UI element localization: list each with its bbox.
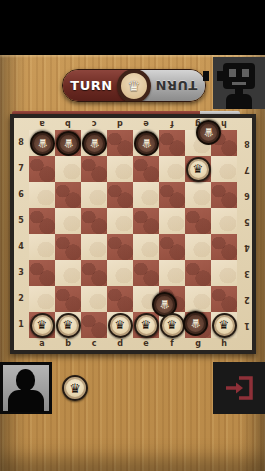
piece-white-g7[interactable]: ♛ [186, 157, 211, 182]
square-d5[interactable] [107, 208, 133, 234]
file-label-bottom-f: f [170, 340, 173, 348]
rank-label-right-2: 2 [244, 295, 250, 303]
computer-opponent-button[interactable] [213, 57, 265, 109]
crown-icon: ♛ [159, 298, 170, 310]
rank-label-left-4: 4 [18, 243, 24, 251]
piece-black-b8[interactable]: ♛ [56, 131, 81, 156]
piece-black-e8[interactable]: ♛ [134, 131, 159, 156]
square-b5[interactable] [55, 208, 81, 234]
rank-label-right-8: 8 [244, 139, 250, 147]
square-e4[interactable] [133, 234, 159, 260]
square-e3[interactable] [133, 260, 159, 286]
square-b2[interactable] [55, 286, 81, 312]
square-g3[interactable] [185, 260, 211, 286]
square-h2[interactable] [211, 286, 237, 312]
square-f7[interactable] [159, 156, 185, 182]
rank-label-right-5: 5 [244, 217, 250, 225]
square-a7[interactable] [29, 156, 55, 182]
rank-label-right-4: 4 [244, 243, 250, 251]
piece-white-d1[interactable]: ♛ [108, 313, 133, 338]
square-a4[interactable] [29, 234, 55, 260]
file-label-top-e: e [143, 119, 148, 127]
crown-icon: ♛ [219, 319, 230, 331]
square-c1[interactable] [81, 312, 107, 338]
file-label-bottom-e: e [143, 340, 148, 348]
app-screen: TURN TURN ♛ [0, 0, 265, 471]
square-f4[interactable] [159, 234, 185, 260]
square-a2[interactable] [29, 286, 55, 312]
status-bar [0, 0, 265, 55]
square-h5[interactable] [211, 208, 237, 234]
rank-label-left-2: 2 [18, 295, 24, 303]
crown-icon: ♛ [63, 137, 74, 149]
square-d3[interactable] [107, 260, 133, 286]
square-c2[interactable] [81, 286, 107, 312]
rank-label-left-3: 3 [18, 269, 24, 277]
turn-badge: ♛ [117, 69, 151, 102]
square-c6[interactable] [81, 182, 107, 208]
square-f3[interactable] [159, 260, 185, 286]
square-g5[interactable] [185, 208, 211, 234]
file-label-bottom-d: d [117, 340, 123, 348]
piece-white-e1[interactable]: ♛ [134, 313, 159, 338]
rank-label-left-6: 6 [18, 191, 24, 199]
square-b6[interactable] [55, 182, 81, 208]
square-b3[interactable] [55, 260, 81, 286]
square-b7[interactable] [55, 156, 81, 182]
square-e5[interactable] [133, 208, 159, 234]
crown-icon: ♛ [203, 126, 214, 138]
square-d2[interactable] [107, 286, 133, 312]
crown-icon: ♛ [193, 163, 204, 175]
square-c4[interactable] [81, 234, 107, 260]
crown-icon: ♛ [37, 137, 48, 149]
player-piece-disc: ♛ [62, 375, 88, 401]
square-c7[interactable] [81, 156, 107, 182]
square-a3[interactable] [29, 260, 55, 286]
square-a5[interactable] [29, 208, 55, 234]
file-label-top-b: b [65, 119, 71, 127]
piece-white-h1[interactable]: ♛ [212, 313, 237, 338]
crown-icon: ♛ [167, 319, 178, 331]
square-e7[interactable] [133, 156, 159, 182]
rank-label-left-7: 7 [18, 165, 24, 173]
square-b4[interactable] [55, 234, 81, 260]
square-c5[interactable] [81, 208, 107, 234]
piece-white-f1[interactable]: ♛ [160, 313, 185, 338]
square-g2[interactable] [185, 286, 211, 312]
file-label-bottom-g: g [195, 340, 201, 348]
square-g4[interactable] [185, 234, 211, 260]
square-d6[interactable] [107, 182, 133, 208]
piece-white-a1[interactable]: ♛ [30, 313, 55, 338]
square-g6[interactable] [185, 182, 211, 208]
crown-icon: ♛ [141, 319, 152, 331]
square-h6[interactable] [211, 182, 237, 208]
crown-icon: ♛ [89, 137, 100, 149]
square-d8[interactable] [107, 130, 133, 156]
piece-black-a8[interactable]: ♛ [30, 131, 55, 156]
rank-label-right-3: 3 [244, 269, 250, 277]
exit-button[interactable] [213, 362, 265, 414]
file-label-bottom-c: c [92, 340, 97, 348]
file-label-top-d: d [117, 119, 123, 127]
square-h7[interactable] [211, 156, 237, 182]
file-label-top-f: f [170, 119, 173, 127]
rank-label-left-8: 8 [18, 139, 24, 147]
file-label-top-a: a [39, 119, 44, 127]
file-label-top-h: h [221, 119, 227, 127]
crown-icon: ♛ [69, 382, 81, 395]
piece-black-g1[interactable]: ♛ [183, 311, 208, 336]
piece-black-g8[interactable]: ♛ [196, 120, 221, 145]
square-d4[interactable] [107, 234, 133, 260]
square-e6[interactable] [133, 182, 159, 208]
player-piece-indicator: ♛ [62, 375, 88, 401]
file-label-bottom-a: a [39, 340, 44, 348]
square-h4[interactable] [211, 234, 237, 260]
turn-indicator: TURN TURN ♛ [62, 69, 206, 102]
crown-icon: ♛ [190, 317, 201, 329]
rank-label-right-7: 7 [244, 165, 250, 173]
file-label-bottom-b: b [65, 340, 71, 348]
square-f8[interactable] [159, 130, 185, 156]
square-c3[interactable] [81, 260, 107, 286]
crown-icon: ♛ [128, 79, 141, 93]
rank-label-right-6: 6 [244, 191, 250, 199]
rank-label-left-5: 5 [18, 217, 24, 225]
exit-door-icon [221, 370, 257, 406]
crown-icon: ♛ [141, 137, 152, 149]
rank-label-right-1: 1 [244, 321, 250, 329]
rank-label-left-1: 1 [18, 321, 24, 329]
square-f5[interactable] [159, 208, 185, 234]
player-avatar [0, 362, 52, 414]
crown-icon: ♛ [37, 319, 48, 331]
file-label-top-c: c [92, 119, 97, 127]
square-f6[interactable] [159, 182, 185, 208]
crown-icon: ♛ [115, 319, 126, 331]
piece-white-b1[interactable]: ♛ [56, 313, 81, 338]
square-a6[interactable] [29, 182, 55, 208]
piece-black-c8[interactable]: ♛ [82, 131, 107, 156]
file-label-bottom-h: h [221, 340, 227, 348]
square-d7[interactable] [107, 156, 133, 182]
square-h3[interactable] [211, 260, 237, 286]
crown-icon: ♛ [63, 319, 74, 331]
